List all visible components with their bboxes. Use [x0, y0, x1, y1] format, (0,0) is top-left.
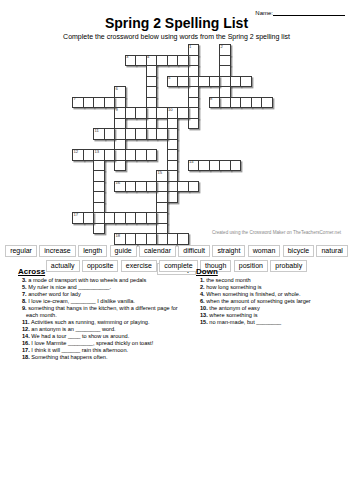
- clue-number: 3: [126, 55, 128, 60]
- clue-number: 11: [94, 129, 98, 134]
- down-clue: 13. where something is: [204, 312, 344, 319]
- crossword-cell[interactable]: [230, 160, 242, 172]
- crossword-cell[interactable]: [83, 212, 95, 224]
- across-clue: 3. a mode of transport with two wheels a…: [26, 277, 186, 284]
- down-title: Down: [196, 268, 344, 275]
- clue-number: 1: [189, 45, 191, 50]
- crossword-cell[interactable]: [240, 76, 252, 88]
- crossword-cell[interactable]: [104, 149, 116, 161]
- clue-number: 18: [115, 234, 120, 239]
- clue-number: 17: [73, 213, 78, 218]
- crossword-cell[interactable]: [104, 128, 116, 140]
- clue-number: 14: [189, 160, 194, 165]
- crossword-cell[interactable]: [177, 107, 189, 119]
- credit-line: Created using the Crossword Maker on The…: [212, 230, 341, 235]
- crossword-cell[interactable]: [93, 223, 105, 235]
- down-clue: 4. When something is finished, or whole.: [204, 291, 344, 298]
- clue-number: 9: [115, 108, 117, 113]
- across-clue: 11. Activities such as running, swimming…: [26, 319, 186, 326]
- across-clue: 14. We had a tour ____ to show us around…: [26, 333, 186, 340]
- down-clue: 2. how long something is: [204, 284, 344, 291]
- across-clue: 17. I think it will ______ rain this aft…: [26, 347, 186, 354]
- crossword-cell[interactable]: [177, 76, 189, 88]
- clue-number: 15: [157, 171, 162, 176]
- page-subtitle: Complete the crossword below using words…: [0, 33, 353, 40]
- crossword-cell[interactable]: [146, 181, 158, 193]
- down-clue: 10. the antonym of easy: [204, 305, 344, 312]
- across-clue: 9. something that hangs in the kitchen, …: [26, 305, 186, 319]
- crossword-cell[interactable]: [156, 128, 168, 140]
- down-clue: 15. no man-made, but ________: [204, 319, 344, 326]
- down-clue: 6. when the amount of something gets lar…: [204, 298, 344, 305]
- crossword-cell[interactable]: [104, 97, 116, 109]
- clue-number: 2: [220, 45, 222, 50]
- clue-number: 10: [168, 108, 173, 113]
- crossword-cell[interactable]: [188, 181, 200, 193]
- clue-number: 13: [94, 150, 99, 155]
- across-clue: 8. I love ice-cream, ________ I dislike …: [26, 298, 186, 305]
- clue-number: 7: [73, 97, 75, 102]
- across-clue: 12. an antonym is an ________ word.: [26, 326, 186, 333]
- crossword-cell[interactable]: 8: [209, 97, 221, 109]
- clue-number: 12: [73, 150, 78, 155]
- page-title: Spring 2 Spelling List: [0, 15, 353, 31]
- crossword-cell[interactable]: [209, 76, 221, 88]
- down-clue: 1. the second month: [204, 277, 344, 284]
- crossword-cell[interactable]: [188, 118, 200, 130]
- across-clues: Across 3. a mode of transport with two w…: [18, 268, 186, 361]
- clue-number: 4: [147, 55, 149, 60]
- across-clue: 7. another word for lady: [26, 291, 186, 298]
- crossword-cell[interactable]: [135, 128, 147, 140]
- crossword-cell[interactable]: [135, 107, 147, 119]
- clue-number: 6: [115, 87, 117, 92]
- crossword-cell[interactable]: [146, 212, 158, 224]
- crossword-cell[interactable]: [114, 160, 126, 172]
- across-title: Across: [18, 268, 186, 275]
- down-clues: Down 1. the second month2. how long some…: [196, 268, 344, 326]
- clue-number: 5: [168, 76, 170, 81]
- across-clue: 5. My ruler is nice and __________.: [26, 284, 186, 291]
- crossword-cell[interactable]: [177, 55, 189, 67]
- crossword-cell[interactable]: [167, 191, 179, 203]
- crossword-cell[interactable]: [146, 149, 158, 161]
- across-clue: 18. Something that happens often.: [26, 354, 186, 361]
- across-clue: 16. I love Marmite ________, spread thic…: [26, 340, 186, 347]
- crossword-cell[interactable]: [261, 97, 273, 109]
- clue-number: 8: [210, 97, 212, 102]
- clue-number: 16: [115, 181, 120, 186]
